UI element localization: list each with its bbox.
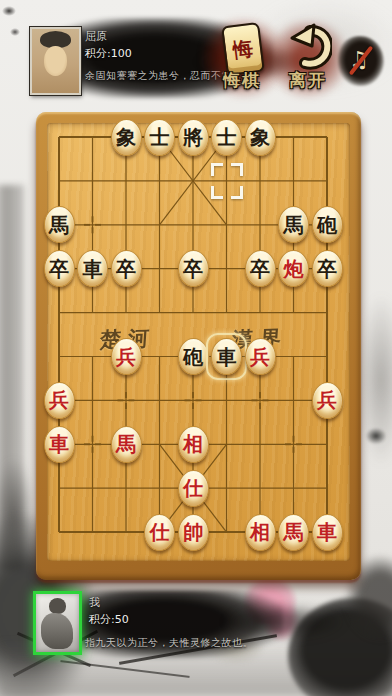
black-士-piece[interactable]: 士 xyxy=(211,119,242,156)
lotus-flower xyxy=(262,600,300,642)
last-move-origin-marker xyxy=(211,163,243,199)
black-馬-piece[interactable]: 馬 xyxy=(278,206,309,243)
ink-tree-trunk xyxy=(0,185,24,570)
black-砲-piece[interactable]: 砲 xyxy=(312,206,343,243)
black-卒-piece[interactable]: 卒 xyxy=(245,250,276,287)
undo-tile-icon[interactable]: 悔 xyxy=(221,22,265,76)
my-name: 我 xyxy=(89,595,100,610)
branch-stroke xyxy=(60,660,189,678)
black-士-piece[interactable]: 士 xyxy=(144,119,175,156)
lotus-leaf xyxy=(288,598,392,696)
red-兵-piece[interactable]: 兵 xyxy=(312,382,343,419)
black-砲-piece[interactable]: 砲 xyxy=(178,338,209,375)
xiangqi-board[interactable]: 楚河 漢界 象士將士象馬馬砲卒車卒卒卒炮卒兵砲車兵兵兵車馬相仕仕帥相馬車 xyxy=(36,112,361,580)
opponent-avatar xyxy=(30,27,81,95)
red-炮-piece[interactable]: 炮 xyxy=(278,250,309,287)
leave-button-label[interactable]: 离开 xyxy=(276,69,340,92)
red-兵-piece[interactable]: 兵 xyxy=(44,382,75,419)
red-帥-piece[interactable]: 帥 xyxy=(178,514,209,551)
ink-dot xyxy=(366,428,386,444)
ink-wash-right xyxy=(358,295,392,465)
my-score: 积分:50 xyxy=(89,612,129,627)
undo-arrow-icon[interactable] xyxy=(284,22,332,70)
ink-tree-trunk-shade xyxy=(0,460,34,570)
origin-marker-corner xyxy=(231,163,243,176)
ink-brush-stroke-bottom-tail xyxy=(225,604,345,640)
red-相-piece[interactable]: 相 xyxy=(245,514,276,551)
black-象-piece[interactable]: 象 xyxy=(111,119,142,156)
black-卒-piece[interactable]: 卒 xyxy=(44,250,75,287)
my-quote: 指九天以为正兮，夫惟灵修之故也。 xyxy=(85,636,253,650)
red-馬-piece[interactable]: 馬 xyxy=(111,426,142,463)
origin-marker-corner xyxy=(231,186,243,199)
red-車-piece[interactable]: 車 xyxy=(44,426,75,463)
black-卒-piece[interactable]: 卒 xyxy=(178,250,209,287)
app-root: 屈原 积分:100 余固知謇謇之为患兮，忍而不能舍也。 悔 悔棋 离开 ♫ 楚河… xyxy=(0,0,392,696)
undo-button-label[interactable]: 悔棋 xyxy=(210,69,274,92)
ink-speck xyxy=(2,6,16,16)
black-車-piece[interactable]: 車 xyxy=(211,338,242,375)
black-象-piece[interactable]: 象 xyxy=(245,119,276,156)
music-toggle-button[interactable]: ♫ xyxy=(338,36,384,86)
opponent-score: 积分:100 xyxy=(85,46,132,61)
red-仕-piece[interactable]: 仕 xyxy=(178,470,209,507)
black-卒-piece[interactable]: 卒 xyxy=(111,250,142,287)
red-車-piece[interactable]: 車 xyxy=(312,514,343,551)
red-馬-piece[interactable]: 馬 xyxy=(278,514,309,551)
black-馬-piece[interactable]: 馬 xyxy=(44,206,75,243)
ink-speck xyxy=(10,28,20,36)
red-仕-piece[interactable]: 仕 xyxy=(144,514,175,551)
pieces-layer: 象士將士象馬馬砲卒車卒卒卒炮卒兵砲車兵兵兵車馬相仕仕帥相馬車 xyxy=(36,112,361,580)
lotus-flower xyxy=(243,576,297,624)
my-avatar xyxy=(33,591,82,655)
black-卒-piece[interactable]: 卒 xyxy=(312,250,343,287)
red-兵-piece[interactable]: 兵 xyxy=(245,338,276,375)
opponent-name: 屈原 xyxy=(85,29,107,44)
origin-marker-corner xyxy=(211,186,223,199)
red-兵-piece[interactable]: 兵 xyxy=(111,338,142,375)
black-車-piece[interactable]: 車 xyxy=(77,250,108,287)
black-將-piece[interactable]: 將 xyxy=(178,119,209,156)
origin-marker-corner xyxy=(211,163,223,176)
red-相-piece[interactable]: 相 xyxy=(178,426,209,463)
